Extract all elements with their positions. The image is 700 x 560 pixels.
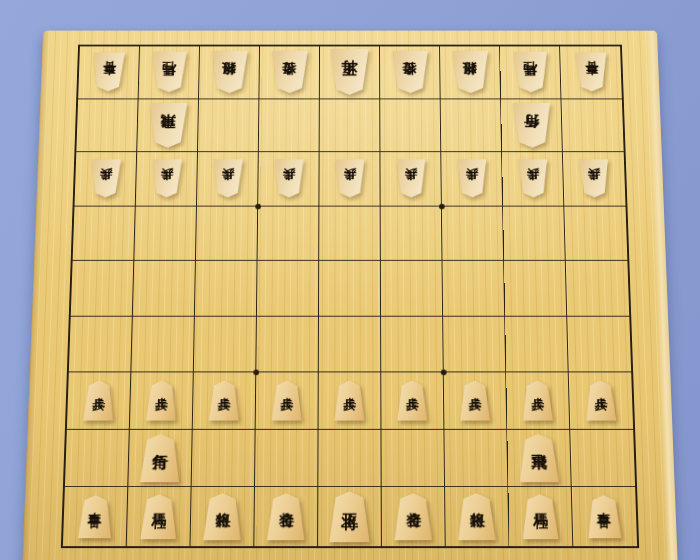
board-square[interactable] bbox=[71, 261, 135, 316]
piece-body: 歩兵 bbox=[89, 160, 123, 198]
board-square[interactable] bbox=[443, 316, 506, 372]
board-square[interactable] bbox=[442, 206, 504, 261]
piece-body: 歩兵 bbox=[211, 160, 244, 198]
piece-body: 歩兵 bbox=[584, 381, 619, 421]
board-square[interactable] bbox=[134, 206, 197, 261]
board-square[interactable]: 歩兵 bbox=[569, 373, 633, 430]
board-square[interactable]: 歩兵 bbox=[197, 152, 259, 206]
piece-body: 歩兵 bbox=[394, 160, 427, 198]
piece-body: 飛車 bbox=[517, 434, 562, 483]
board-square[interactable] bbox=[73, 206, 136, 261]
board-square[interactable] bbox=[192, 430, 256, 488]
piece-gote-pawn[interactable]: 歩兵 bbox=[516, 160, 549, 198]
piece-body: 角行 bbox=[138, 434, 183, 483]
board-square[interactable]: 歩兵 bbox=[319, 152, 380, 206]
piece-body: 香車 bbox=[585, 495, 623, 538]
piece-sente-silver[interactable]: 銀将 bbox=[201, 493, 243, 540]
board-square[interactable] bbox=[256, 316, 319, 372]
piece-gote-pawn[interactable]: 歩兵 bbox=[394, 160, 427, 198]
piece-sente-lance[interactable]: 香車 bbox=[76, 495, 114, 538]
board-square[interactable] bbox=[381, 430, 445, 488]
board-square[interactable]: 歩兵 bbox=[506, 373, 570, 430]
board-square[interactable]: 歩兵 bbox=[130, 373, 194, 430]
board-square[interactable] bbox=[444, 430, 508, 488]
piece-body: 銀将 bbox=[201, 493, 243, 540]
board-square[interactable] bbox=[258, 206, 320, 261]
piece-body: 歩兵 bbox=[150, 160, 183, 198]
board-square[interactable]: 桂馬 bbox=[127, 488, 192, 547]
piece-sente-silver[interactable]: 銀将 bbox=[456, 493, 498, 540]
board-square[interactable]: 歩兵 bbox=[67, 373, 131, 430]
piece-sente-bishop[interactable]: 角行 bbox=[138, 434, 183, 483]
board-square[interactable]: 香車 bbox=[78, 46, 140, 99]
board-square[interactable] bbox=[381, 261, 443, 316]
piece-sente-pawn[interactable]: 歩兵 bbox=[144, 381, 178, 421]
board-square[interactable] bbox=[564, 206, 627, 261]
board-square[interactable] bbox=[381, 206, 443, 261]
board-square[interactable] bbox=[131, 316, 195, 372]
piece-gote-silver[interactable]: 銀将 bbox=[450, 51, 490, 93]
photo-background: 香車桂馬銀将金将王将金将銀将桂馬香車飛車角行歩兵歩兵歩兵歩兵歩兵歩兵歩兵歩兵歩兵… bbox=[0, 0, 700, 560]
piece-gote-pawn[interactable]: 歩兵 bbox=[211, 160, 244, 198]
board-square[interactable]: 歩兵 bbox=[563, 152, 626, 206]
piece-body: 桂馬 bbox=[138, 494, 179, 539]
board-square[interactable] bbox=[319, 261, 381, 316]
piece-body: 歩兵 bbox=[395, 381, 429, 421]
board-square[interactable] bbox=[76, 99, 138, 152]
piece-body: 角行 bbox=[510, 103, 553, 148]
piece-body: 歩兵 bbox=[333, 381, 366, 421]
board-square[interactable]: 銀将 bbox=[440, 46, 501, 99]
piece-gote-pawn[interactable]: 歩兵 bbox=[577, 160, 611, 198]
piece-gote-knight[interactable]: 桂馬 bbox=[150, 52, 189, 93]
piece-body: 歩兵 bbox=[455, 160, 488, 198]
board-square[interactable]: 香車 bbox=[560, 46, 622, 99]
piece-body: 香車 bbox=[573, 53, 609, 92]
board-square[interactable] bbox=[194, 316, 257, 372]
piece-body: 歩兵 bbox=[207, 381, 241, 421]
board-square[interactable] bbox=[504, 261, 567, 316]
piece-gote-lance[interactable]: 香車 bbox=[573, 53, 609, 92]
piece-body: 香車 bbox=[91, 53, 127, 92]
board-square[interactable] bbox=[133, 261, 196, 316]
piece-gote-knight[interactable]: 桂馬 bbox=[511, 52, 550, 93]
board-grid: 香車桂馬銀将金将王将金将銀将桂馬香車飛車角行歩兵歩兵歩兵歩兵歩兵歩兵歩兵歩兵歩兵… bbox=[61, 45, 639, 548]
piece-gote-pawn[interactable]: 歩兵 bbox=[272, 160, 305, 198]
board-square[interactable]: 歩兵 bbox=[136, 152, 198, 206]
board-square[interactable] bbox=[257, 261, 319, 316]
board-square[interactable] bbox=[503, 206, 566, 261]
board-square[interactable] bbox=[318, 430, 381, 488]
piece-body: 玉将 bbox=[327, 491, 372, 542]
board-square[interactable]: 金将 bbox=[382, 488, 446, 547]
piece-sente-gold[interactable]: 金将 bbox=[392, 493, 434, 540]
board-square[interactable]: 角行 bbox=[501, 99, 563, 152]
board-square[interactable]: 歩兵 bbox=[258, 152, 319, 206]
board-square[interactable] bbox=[441, 99, 502, 152]
piece-body: 金将 bbox=[392, 493, 434, 540]
board-square[interactable]: 銀将 bbox=[445, 488, 509, 547]
piece-body: 金将 bbox=[269, 51, 309, 93]
piece-body: 歩兵 bbox=[272, 160, 305, 198]
piece-body: 飛車 bbox=[146, 103, 189, 148]
piece-body: 銀将 bbox=[456, 493, 498, 540]
shogi-board: 香車桂馬銀将金将王将金将銀将桂馬香車飛車角行歩兵歩兵歩兵歩兵歩兵歩兵歩兵歩兵歩兵… bbox=[22, 31, 678, 560]
piece-sente-knight[interactable]: 桂馬 bbox=[138, 494, 179, 539]
piece-sente-pawn[interactable]: 歩兵 bbox=[270, 381, 304, 421]
board-square[interactable]: 玉将 bbox=[318, 488, 382, 547]
piece-body: 歩兵 bbox=[144, 381, 178, 421]
board-square[interactable]: 桂馬 bbox=[139, 46, 200, 99]
board-square[interactable]: 歩兵 bbox=[381, 373, 444, 430]
board-square[interactable]: 銀将 bbox=[199, 46, 260, 99]
piece-body: 銀将 bbox=[209, 51, 249, 93]
piece-body: 桂馬 bbox=[520, 494, 561, 539]
board-square[interactable] bbox=[381, 316, 444, 372]
board-square[interactable]: 歩兵 bbox=[193, 373, 257, 430]
board-square[interactable] bbox=[505, 316, 569, 372]
piece-sente-pawn[interactable]: 歩兵 bbox=[395, 381, 429, 421]
board-square[interactable]: 金将 bbox=[254, 488, 318, 547]
board-square[interactable]: 金将 bbox=[259, 46, 320, 99]
board-square[interactable] bbox=[255, 430, 319, 488]
board-square[interactable] bbox=[442, 261, 505, 316]
piece-body: 歩兵 bbox=[458, 381, 492, 421]
piece-body: 金将 bbox=[390, 51, 430, 93]
piece-body: 金将 bbox=[265, 493, 307, 540]
piece-body: 歩兵 bbox=[577, 160, 611, 198]
piece-sente-king[interactable]: 玉将 bbox=[327, 491, 372, 542]
board-square[interactable]: 歩兵 bbox=[502, 152, 564, 206]
piece-body: 桂馬 bbox=[511, 52, 550, 93]
board-square[interactable]: 飛車 bbox=[507, 430, 571, 488]
board-square[interactable] bbox=[319, 206, 381, 261]
board-square[interactable] bbox=[319, 316, 381, 372]
board-square[interactable]: 香車 bbox=[572, 488, 637, 547]
board-square[interactable]: 角行 bbox=[128, 430, 192, 488]
board-square[interactable] bbox=[570, 430, 635, 488]
piece-body: 歩兵 bbox=[521, 381, 555, 421]
piece-body: 歩兵 bbox=[333, 160, 365, 198]
board-square[interactable] bbox=[561, 99, 623, 152]
piece-gote-pawn[interactable]: 歩兵 bbox=[150, 160, 183, 198]
piece-body: 桂馬 bbox=[150, 52, 189, 93]
piece-gote-bishop[interactable]: 角行 bbox=[510, 103, 553, 148]
board-square[interactable]: 桂馬 bbox=[500, 46, 561, 99]
piece-sente-pawn[interactable]: 歩兵 bbox=[207, 381, 241, 421]
board-square[interactable] bbox=[65, 430, 130, 488]
board-square[interactable] bbox=[198, 99, 259, 152]
piece-gote-king[interactable]: 王将 bbox=[328, 49, 370, 95]
piece-body: 香車 bbox=[76, 495, 114, 538]
board-square[interactable]: 桂馬 bbox=[508, 488, 573, 547]
board-square[interactable]: 歩兵 bbox=[319, 373, 382, 430]
board-square[interactable]: 飛車 bbox=[137, 99, 199, 152]
board-square[interactable]: 歩兵 bbox=[441, 152, 503, 206]
board-square[interactable]: 歩兵 bbox=[74, 152, 137, 206]
board-square[interactable] bbox=[259, 99, 320, 152]
piece-gote-pawn[interactable]: 歩兵 bbox=[333, 160, 365, 198]
board-square[interactable] bbox=[380, 99, 441, 152]
board-square[interactable] bbox=[196, 206, 258, 261]
piece-gote-gold[interactable]: 金将 bbox=[390, 51, 430, 93]
piece-sente-pawn[interactable]: 歩兵 bbox=[584, 381, 619, 421]
board-square[interactable] bbox=[567, 316, 631, 372]
piece-body: 歩兵 bbox=[81, 381, 116, 421]
piece-gote-lance[interactable]: 香車 bbox=[91, 53, 127, 92]
board-square[interactable] bbox=[320, 99, 381, 152]
board-square[interactable]: 歩兵 bbox=[444, 373, 508, 430]
piece-sente-lance[interactable]: 香車 bbox=[585, 495, 623, 538]
board-square[interactable]: 王将 bbox=[320, 46, 380, 99]
piece-sente-gold[interactable]: 金将 bbox=[265, 493, 307, 540]
board-square[interactable]: 金将 bbox=[380, 46, 441, 99]
board-square[interactable]: 歩兵 bbox=[380, 152, 441, 206]
board-square[interactable]: 銀将 bbox=[190, 488, 254, 547]
board-square[interactable]: 香車 bbox=[63, 488, 128, 547]
piece-sente-pawn[interactable]: 歩兵 bbox=[521, 381, 555, 421]
piece-gote-silver[interactable]: 銀将 bbox=[209, 51, 249, 93]
piece-sente-knight[interactable]: 桂馬 bbox=[520, 494, 561, 539]
piece-sente-pawn[interactable]: 歩兵 bbox=[81, 381, 116, 421]
piece-body: 歩兵 bbox=[516, 160, 549, 198]
piece-body: 王将 bbox=[328, 49, 370, 95]
board-square[interactable] bbox=[195, 261, 258, 316]
board-square[interactable] bbox=[69, 316, 133, 372]
piece-sente-pawn[interactable]: 歩兵 bbox=[333, 381, 366, 421]
piece-body: 歩兵 bbox=[270, 381, 304, 421]
piece-gote-rook[interactable]: 飛車 bbox=[146, 103, 189, 148]
piece-gote-pawn[interactable]: 歩兵 bbox=[89, 160, 123, 198]
piece-body: 銀将 bbox=[450, 51, 490, 93]
board-square[interactable] bbox=[566, 261, 630, 316]
piece-gote-gold[interactable]: 金将 bbox=[269, 51, 309, 93]
piece-sente-rook[interactable]: 飛車 bbox=[517, 434, 562, 483]
board-square[interactable]: 歩兵 bbox=[256, 373, 319, 430]
piece-gote-pawn[interactable]: 歩兵 bbox=[455, 160, 488, 198]
piece-sente-pawn[interactable]: 歩兵 bbox=[458, 381, 492, 421]
